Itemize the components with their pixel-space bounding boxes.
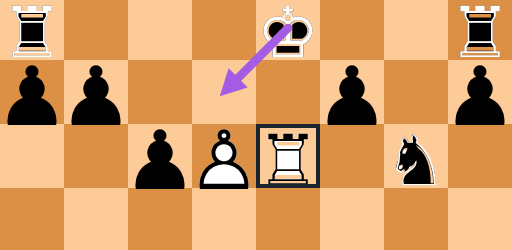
piece-glyph: ♟ xyxy=(128,129,192,193)
board-viewport: ♜♖♚♔♜♖♟♟♟♟♟♟♙♜♖♞♘ xyxy=(0,0,512,250)
piece-glyph: ♟ xyxy=(448,65,512,129)
piece-black-pawn[interactable]: ♟ xyxy=(0,60,64,124)
square-c8[interactable] xyxy=(128,0,192,60)
square-d6[interactable]: ♟♙ xyxy=(192,124,256,188)
piece-black-pawn[interactable]: ♟ xyxy=(128,124,192,188)
piece-glyph: ♔ xyxy=(256,1,320,65)
piece-white-pawn[interactable]: ♟♙ xyxy=(192,124,256,188)
piece-black-pawn[interactable]: ♟ xyxy=(64,60,128,124)
square-b7[interactable]: ♟ xyxy=(64,60,128,124)
square-e6[interactable]: ♜♖ xyxy=(256,124,320,188)
piece-glyph: ♘ xyxy=(384,129,448,193)
piece-glyph: ♖ xyxy=(256,129,320,193)
square-h5[interactable] xyxy=(448,188,512,250)
square-g8[interactable] xyxy=(384,0,448,60)
piece-white-rook[interactable]: ♜♖ xyxy=(256,124,320,188)
square-a5[interactable] xyxy=(0,188,64,250)
piece-black-knight[interactable]: ♞♘ xyxy=(384,124,448,188)
square-g6[interactable]: ♞♘ xyxy=(384,124,448,188)
piece-black-pawn[interactable]: ♟ xyxy=(320,60,384,124)
piece-glyph: ♟ xyxy=(0,65,64,129)
square-a7[interactable]: ♟ xyxy=(0,60,64,124)
square-d8[interactable] xyxy=(192,0,256,60)
piece-glyph: ♟ xyxy=(64,65,128,129)
square-c6[interactable]: ♟ xyxy=(128,124,192,188)
square-f7[interactable]: ♟ xyxy=(320,60,384,124)
square-f5[interactable] xyxy=(320,188,384,250)
square-g7[interactable] xyxy=(384,60,448,124)
piece-glyph: ♟ xyxy=(320,65,384,129)
chess-board: ♜♖♚♔♜♖♟♟♟♟♟♟♙♜♖♞♘ xyxy=(0,0,512,250)
square-e8[interactable]: ♚♔ xyxy=(256,0,320,60)
square-h7[interactable]: ♟ xyxy=(448,60,512,124)
piece-glyph: ♙ xyxy=(192,129,256,193)
piece-black-king[interactable]: ♚♔ xyxy=(256,0,320,60)
square-b5[interactable] xyxy=(64,188,128,250)
piece-black-pawn[interactable]: ♟ xyxy=(448,60,512,124)
